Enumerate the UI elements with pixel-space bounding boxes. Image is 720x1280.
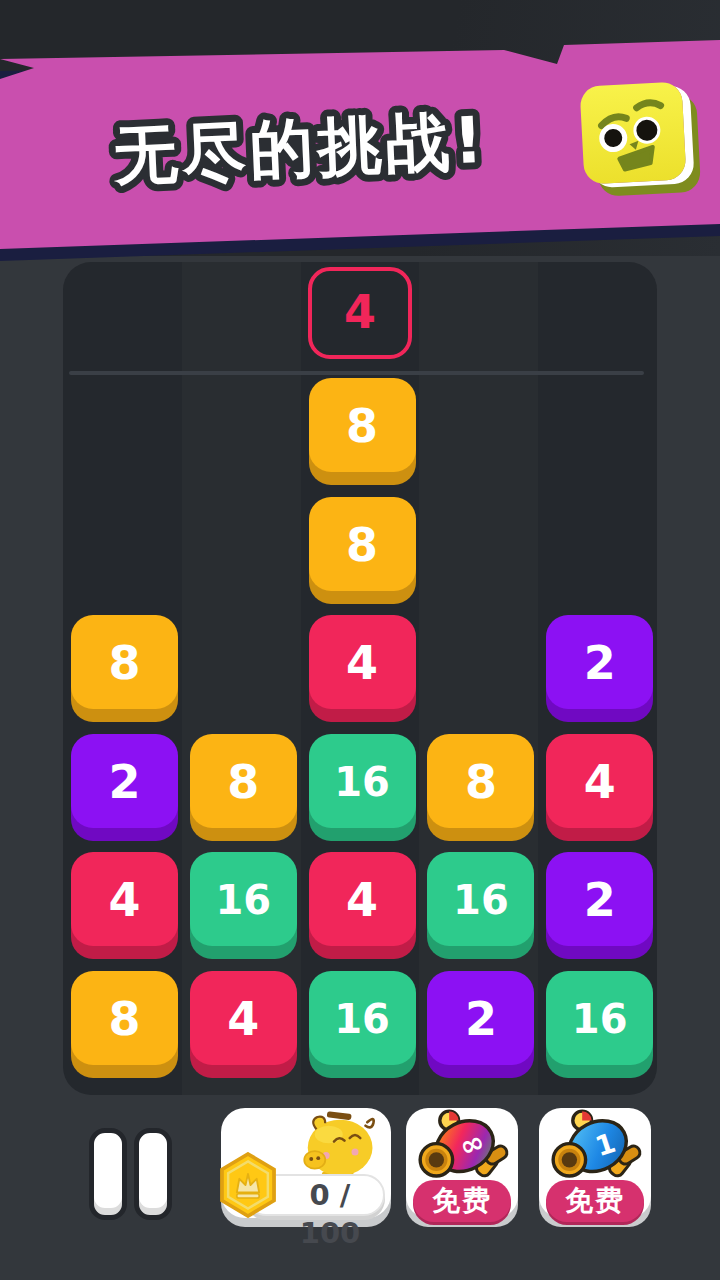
free-button[interactable]: 免费 (413, 1180, 511, 1222)
rainbow-cannon-icon: ∞ (412, 1106, 512, 1188)
infinite-cannon-booster-card[interactable]: ∞ 免费 (406, 1108, 518, 1218)
tile-8: 8 (309, 378, 416, 472)
tile-16: 16 (427, 852, 534, 946)
tile-8: 8 (190, 734, 297, 828)
tile-2: 2 (427, 971, 534, 1065)
tile-16: 16 (546, 971, 653, 1065)
next-tile-preview: 4 (308, 267, 412, 359)
game-screen: 无尽的挑战! 4 8884228168441641628416216 (0, 0, 720, 1280)
tile-2: 2 (71, 734, 178, 828)
tile-2: 2 (546, 615, 653, 709)
svg-text:无尽的挑战!: 无尽的挑战! (110, 103, 488, 193)
banner-title: 无尽的挑战! (30, 78, 570, 208)
tile-8: 8 (71, 971, 178, 1065)
tile-4: 4 (309, 852, 416, 946)
free-button[interactable]: 免费 (546, 1180, 644, 1222)
mascot-face-icon (580, 81, 687, 184)
piggy-bank-card[interactable]: 0 / 100 (221, 1108, 391, 1218)
tile-8: 8 (309, 497, 416, 591)
blue-cannon-icon: 1 (545, 1106, 645, 1188)
tile-4: 4 (546, 734, 653, 828)
tile-2: 2 (546, 852, 653, 946)
crown-coin-icon (217, 1152, 279, 1218)
single-cannon-booster-card[interactable]: 1 免费 (539, 1108, 651, 1218)
pause-button[interactable] (88, 1122, 180, 1218)
pause-icon (134, 1128, 172, 1220)
tile-8: 8 (71, 615, 178, 709)
piggy-bank-icon (293, 1110, 389, 1180)
game-board[interactable]: 4 8884228168441641628416216 (63, 262, 657, 1095)
drop-line (69, 371, 644, 375)
tile-8: 8 (427, 734, 534, 828)
tile-16: 16 (309, 971, 416, 1065)
tile-4: 4 (309, 615, 416, 709)
pause-icon (89, 1128, 127, 1220)
tile-16: 16 (309, 734, 416, 828)
tile-4: 4 (190, 971, 297, 1065)
tile-16: 16 (190, 852, 297, 946)
tile-4: 4 (71, 852, 178, 946)
